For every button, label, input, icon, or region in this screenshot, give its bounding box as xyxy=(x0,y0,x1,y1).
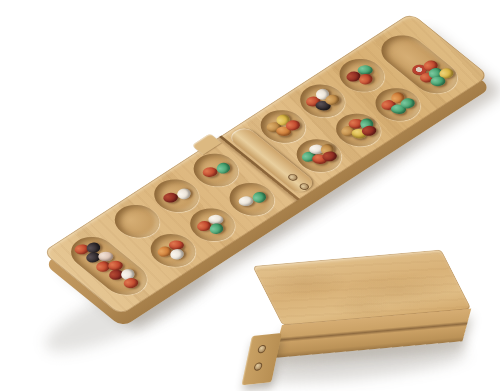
hinge-pin-icon xyxy=(257,345,267,354)
hinge-pin-icon xyxy=(253,362,263,371)
product-photo-scene xyxy=(0,0,500,391)
fold-latch-tab xyxy=(191,133,221,154)
